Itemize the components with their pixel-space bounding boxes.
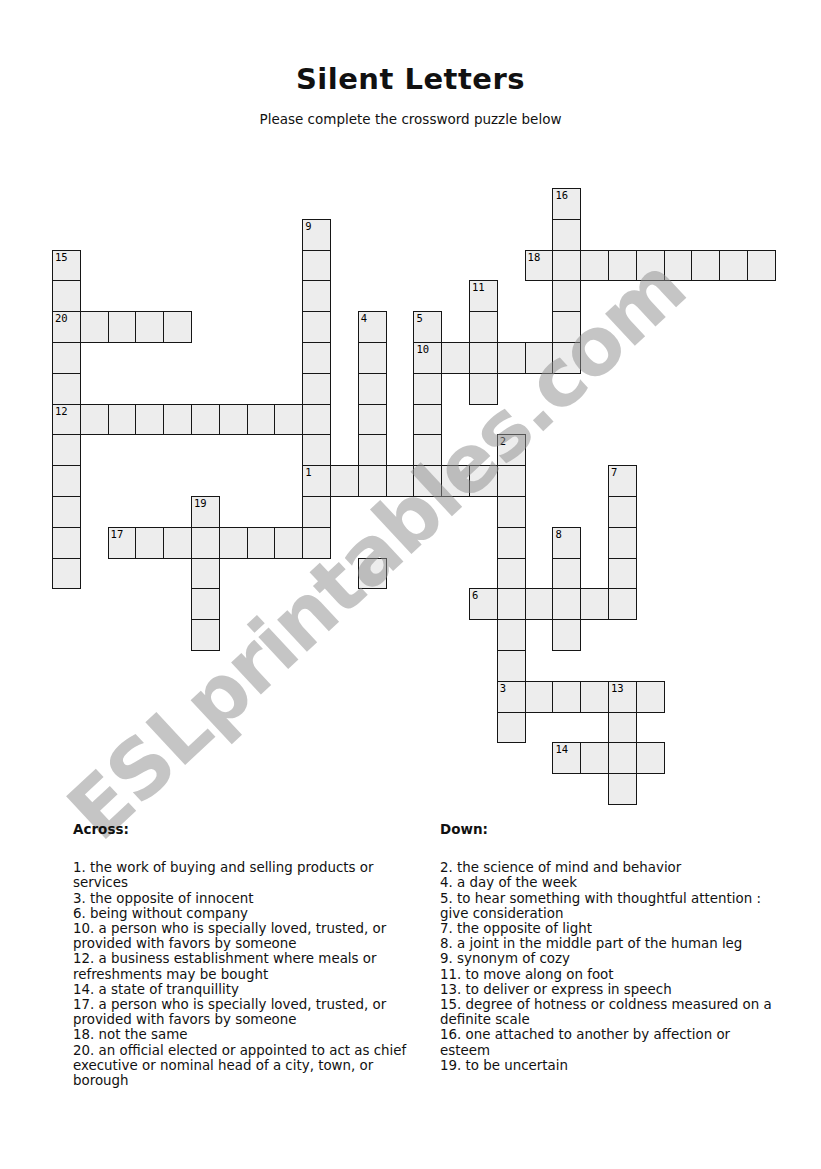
grid-cell[interactable] <box>552 681 581 713</box>
grid-cell[interactable] <box>636 681 665 713</box>
grid-cell[interactable] <box>163 404 192 436</box>
grid-cell[interactable] <box>664 250 693 282</box>
clue-number: 13 <box>611 682 624 694</box>
grid-cell[interactable] <box>135 311 164 343</box>
clue-number: 10 <box>416 343 429 355</box>
grid-cell[interactable] <box>497 588 526 620</box>
grid-cell[interactable] <box>302 373 331 405</box>
worksheet-page: Silent Letters Please complete the cross… <box>0 0 821 1169</box>
grid-cell[interactable] <box>386 465 415 497</box>
grid-cell[interactable] <box>497 465 526 497</box>
grid-cell[interactable] <box>469 373 498 405</box>
grid-cell[interactable] <box>302 496 331 528</box>
grid-cell[interactable] <box>497 619 526 651</box>
grid-cell[interactable] <box>469 465 498 497</box>
page-subtitle: Please complete the crossword puzzle bel… <box>0 111 821 127</box>
clue-number: 4 <box>361 312 367 324</box>
clue-number: 18 <box>528 251 541 263</box>
page-title: Silent Letters <box>0 62 821 96</box>
grid-cell[interactable] <box>497 496 526 528</box>
grid-cell[interactable]: 8 <box>552 527 581 559</box>
grid-cell[interactable] <box>608 250 637 282</box>
clue-item: 8. a joint in the middle part of the hum… <box>440 936 808 951</box>
clue-number: 20 <box>55 312 68 324</box>
clue-item: 13. to deliver or express in speech <box>440 982 808 997</box>
grid-cell[interactable]: 16 <box>552 188 581 220</box>
grid-cell[interactable]: 19 <box>191 496 220 528</box>
grid-cell[interactable] <box>580 588 609 620</box>
clue-item: 20. an official elected or appointed to … <box>73 1043 445 1089</box>
grid-cell[interactable] <box>135 404 164 436</box>
clue-number: 7 <box>611 466 617 478</box>
clue-number: 1 <box>305 466 311 478</box>
grid-cell[interactable] <box>358 404 387 436</box>
clue-item: 9. synonym of cozy <box>440 951 808 966</box>
grid-cell[interactable] <box>52 342 81 374</box>
grid-cell[interactable] <box>191 404 220 436</box>
grid-cell[interactable] <box>469 342 498 374</box>
grid-cell[interactable] <box>219 527 248 559</box>
clue-number: 17 <box>111 528 124 540</box>
grid-cell[interactable] <box>163 527 192 559</box>
clue-item: 4. a day of the week <box>440 875 808 890</box>
clue-item: 7. the opposite of light <box>440 921 808 936</box>
grid-cell[interactable]: 15 <box>52 250 81 282</box>
grid-cell[interactable] <box>525 588 554 620</box>
clue-number: 11 <box>472 281 485 293</box>
grid-cell[interactable]: 20 <box>52 311 81 343</box>
clue-item: 19. to be uncertain <box>440 1058 808 1073</box>
grid-cell[interactable] <box>135 527 164 559</box>
clue-number: 12 <box>55 405 68 417</box>
grid-cell[interactable]: 2 <box>497 434 526 466</box>
grid-cell[interactable] <box>52 434 81 466</box>
grid-cell[interactable]: 4 <box>358 311 387 343</box>
grid-cell[interactable] <box>636 250 665 282</box>
grid-cell[interactable]: 13 <box>608 681 637 713</box>
grid-cell[interactable] <box>691 250 720 282</box>
grid-cell[interactable] <box>302 280 331 312</box>
grid-cell[interactable] <box>441 342 470 374</box>
grid-cell[interactable]: 6 <box>469 588 498 620</box>
grid-cell[interactable] <box>608 527 637 559</box>
clue-number: 5 <box>416 312 422 324</box>
grid-cell[interactable] <box>580 250 609 282</box>
grid-cell[interactable] <box>191 527 220 559</box>
grid-cell[interactable] <box>358 373 387 405</box>
across-heading: Across: <box>73 822 445 837</box>
grid-cell[interactable] <box>497 342 526 374</box>
grid-cell[interactable] <box>552 558 581 590</box>
grid-cell[interactable] <box>525 342 554 374</box>
grid-cell[interactable]: 17 <box>108 527 137 559</box>
grid-cell[interactable] <box>608 712 637 744</box>
grid-cell[interactable] <box>552 342 581 374</box>
grid-cell[interactable]: 9 <box>302 219 331 251</box>
grid-cell[interactable] <box>52 527 81 559</box>
grid-cell[interactable] <box>52 373 81 405</box>
grid-cell[interactable] <box>552 250 581 282</box>
grid-cell[interactable] <box>80 404 109 436</box>
across-clues-section: Across: 1. the work of buying and sellin… <box>73 822 445 1088</box>
clue-number: 8 <box>555 528 561 540</box>
grid-cell[interactable] <box>80 311 109 343</box>
grid-cell[interactable] <box>747 250 776 282</box>
grid-cell[interactable]: 11 <box>469 280 498 312</box>
down-clues-section: Down: 2. the science of mind and behavio… <box>440 822 808 1073</box>
grid-cell[interactable] <box>52 558 81 590</box>
grid-cell[interactable] <box>413 434 442 466</box>
clue-item: 6. being without company <box>73 906 445 921</box>
grid-cell[interactable] <box>274 527 303 559</box>
grid-cell[interactable]: 12 <box>52 404 81 436</box>
grid-cell[interactable]: 7 <box>608 465 637 497</box>
clue-number: 19 <box>194 497 207 509</box>
grid-cell[interactable]: 18 <box>525 250 554 282</box>
clue-item: 12. a business establishment where meals… <box>73 951 445 981</box>
grid-cell[interactable] <box>469 311 498 343</box>
across-clues: 1. the work of buying and selling produc… <box>73 860 445 1088</box>
grid-cell[interactable]: 3 <box>497 681 526 713</box>
grid-cell[interactable] <box>191 588 220 620</box>
clue-item: 10. a person who is specially loved, tru… <box>73 921 445 951</box>
grid-cell[interactable] <box>552 280 581 312</box>
grid-cell[interactable] <box>608 773 637 805</box>
grid-cell[interactable] <box>552 619 581 651</box>
grid-cell[interactable] <box>302 527 331 559</box>
grid-cell[interactable] <box>191 558 220 590</box>
clue-item: 15. degree of hotness or coldness measur… <box>440 997 808 1027</box>
grid-cell[interactable] <box>608 558 637 590</box>
grid-cell[interactable] <box>302 311 331 343</box>
grid-cell[interactable] <box>52 465 81 497</box>
clue-item: 16. one attached to another by affection… <box>440 1027 808 1057</box>
grid-cell[interactable] <box>108 404 137 436</box>
grid-cell[interactable] <box>358 465 387 497</box>
grid-cell[interactable] <box>358 558 387 590</box>
grid-cell[interactable] <box>580 681 609 713</box>
clue-number: 14 <box>555 743 568 755</box>
clue-item: 18. not the same <box>73 1027 445 1042</box>
grid-cell[interactable] <box>358 434 387 466</box>
grid-cell[interactable] <box>552 219 581 251</box>
grid-cell[interactable] <box>302 250 331 282</box>
grid-cell[interactable] <box>719 250 748 282</box>
grid-cell[interactable] <box>552 588 581 620</box>
grid-cell[interactable] <box>497 558 526 590</box>
grid-cell[interactable] <box>191 619 220 651</box>
grid-cell[interactable]: 5 <box>413 311 442 343</box>
clue-number: 6 <box>472 589 478 601</box>
clue-item: 17. a person who is specially loved, tru… <box>73 997 445 1027</box>
grid-cell[interactable] <box>497 527 526 559</box>
clue-number: 15 <box>55 251 68 263</box>
grid-cell[interactable] <box>608 496 637 528</box>
grid-cell[interactable] <box>608 588 637 620</box>
clue-item: 5. to hear something with thoughtful att… <box>440 891 808 921</box>
grid-cell[interactable]: 14 <box>552 742 581 774</box>
grid-cell[interactable] <box>525 681 554 713</box>
clue-number: 3 <box>500 682 506 694</box>
grid-cell[interactable] <box>608 742 637 774</box>
clue-item: 11. to move along on foot <box>440 967 808 982</box>
grid-cell[interactable] <box>413 404 442 436</box>
grid-cell[interactable] <box>413 373 442 405</box>
grid-cell[interactable] <box>441 465 470 497</box>
grid-cell[interactable] <box>247 404 276 436</box>
grid-cell[interactable] <box>358 342 387 374</box>
grid-cell[interactable]: 10 <box>413 342 442 374</box>
grid-cell[interactable] <box>247 527 276 559</box>
grid-cell[interactable]: 1 <box>302 465 331 497</box>
grid-cell[interactable] <box>163 311 192 343</box>
clue-number: 2 <box>500 435 506 447</box>
grid-cell[interactable] <box>497 712 526 744</box>
grid-cell[interactable] <box>580 742 609 774</box>
clue-item: 14. a state of tranquillity <box>73 982 445 997</box>
clue-item: 2. the science of mind and behavior <box>440 860 808 875</box>
down-heading: Down: <box>440 822 808 837</box>
grid-cell[interactable] <box>552 311 581 343</box>
grid-cell[interactable] <box>302 342 331 374</box>
grid-cell[interactable] <box>108 311 137 343</box>
grid-cell[interactable] <box>497 650 526 682</box>
down-clues: 2. the science of mind and behavior4. a … <box>440 860 808 1073</box>
grid-cell[interactable] <box>219 404 248 436</box>
grid-cell[interactable] <box>52 496 81 528</box>
grid-cell[interactable] <box>302 434 331 466</box>
grid-cell[interactable] <box>302 404 331 436</box>
clue-number: 16 <box>555 189 568 201</box>
grid-cell[interactable] <box>274 404 303 436</box>
clue-item: 3. the opposite of innocent <box>73 891 445 906</box>
grid-cell[interactable] <box>636 742 665 774</box>
clue-item: 1. the work of buying and selling produc… <box>73 860 445 890</box>
clue-number: 9 <box>305 220 311 232</box>
grid-cell[interactable] <box>413 465 442 497</box>
grid-cell[interactable] <box>330 465 359 497</box>
grid-cell[interactable] <box>52 280 81 312</box>
